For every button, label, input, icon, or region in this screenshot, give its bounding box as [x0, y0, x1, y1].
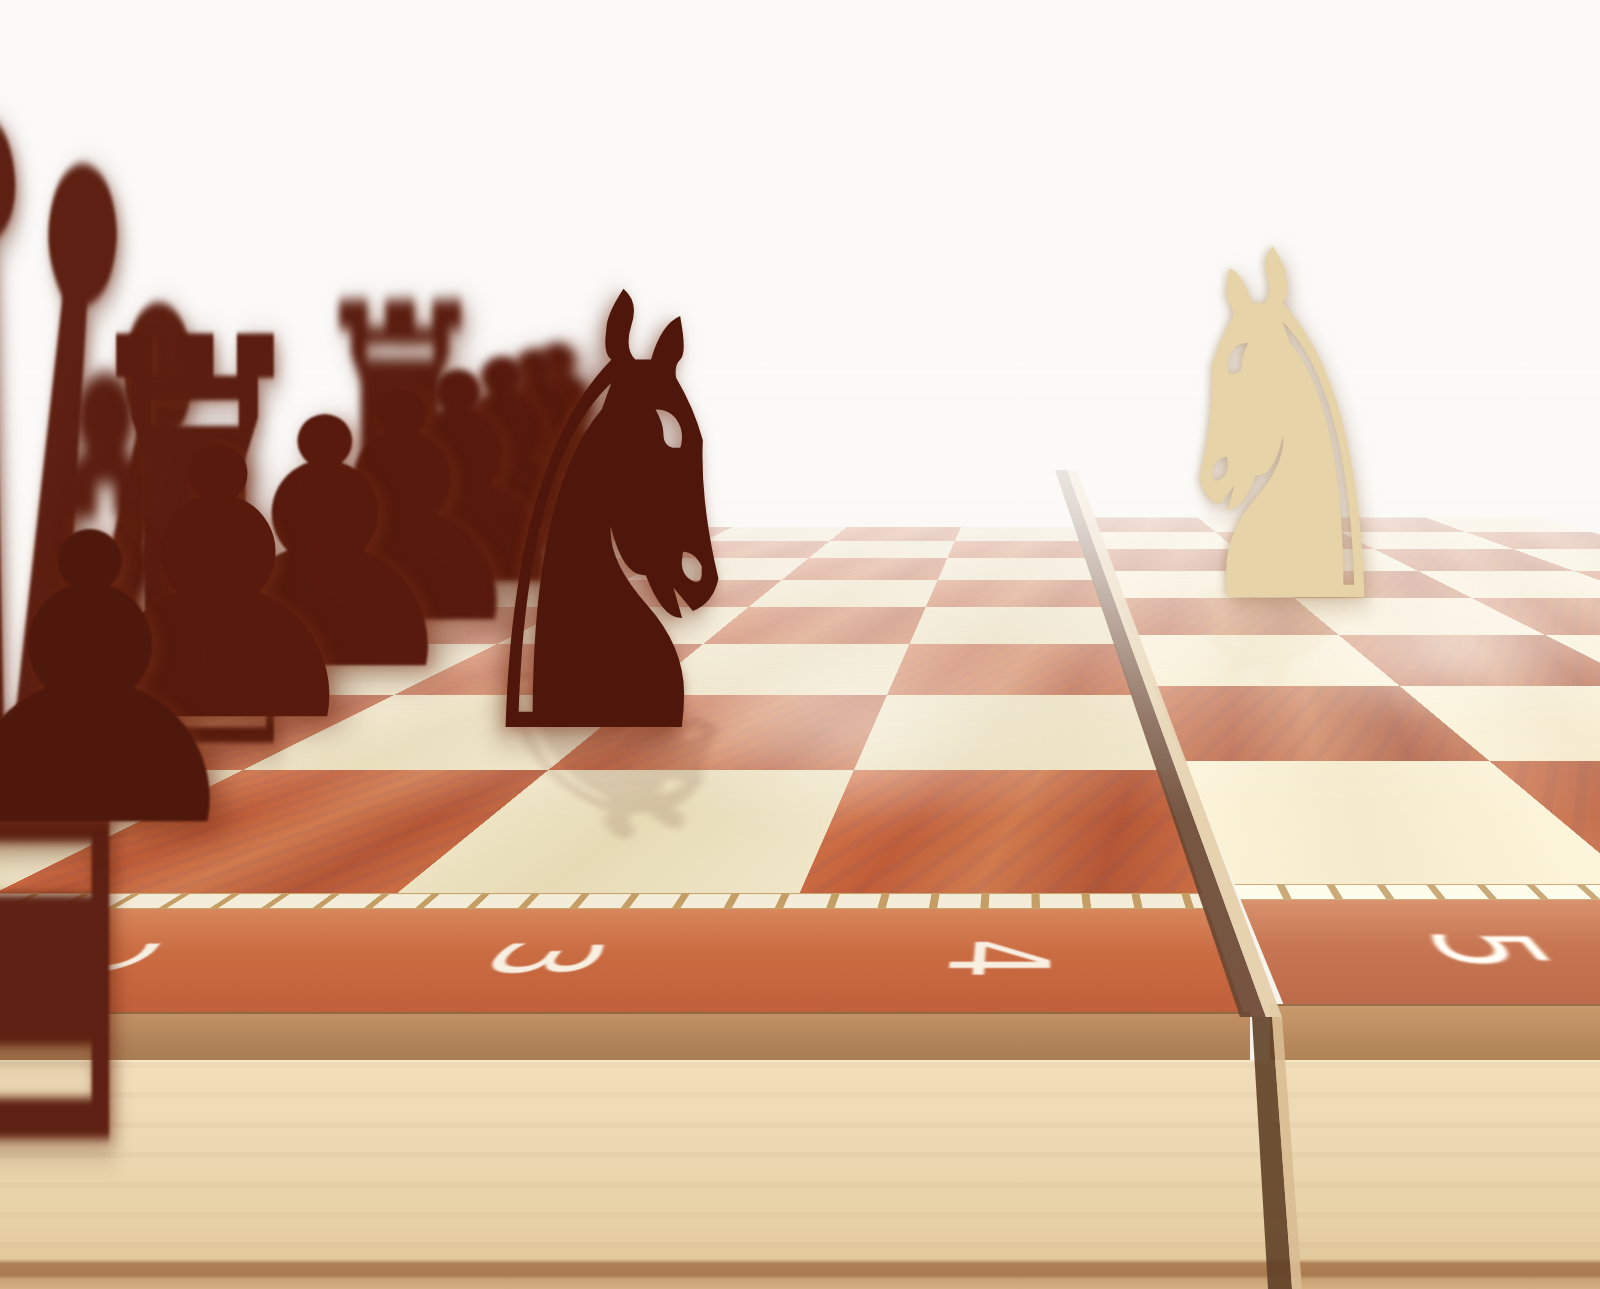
dark-pawn-h2: ♟ — [0, 483, 269, 883]
chess-photo-scene: 1234 5678 ♛♝♜♜♟♟♟♟♟♟♟♟♞♞♞♞ — [0, 0, 1600, 1289]
pieces-layer: ♛♝♜♜♟♟♟♟♟♟♟♟♞♞♞♞ — [0, 0, 1600, 1289]
dark-knight-f3: ♞ — [445, 220, 778, 820]
light-knight-d5: ♞ — [1153, 191, 1411, 671]
